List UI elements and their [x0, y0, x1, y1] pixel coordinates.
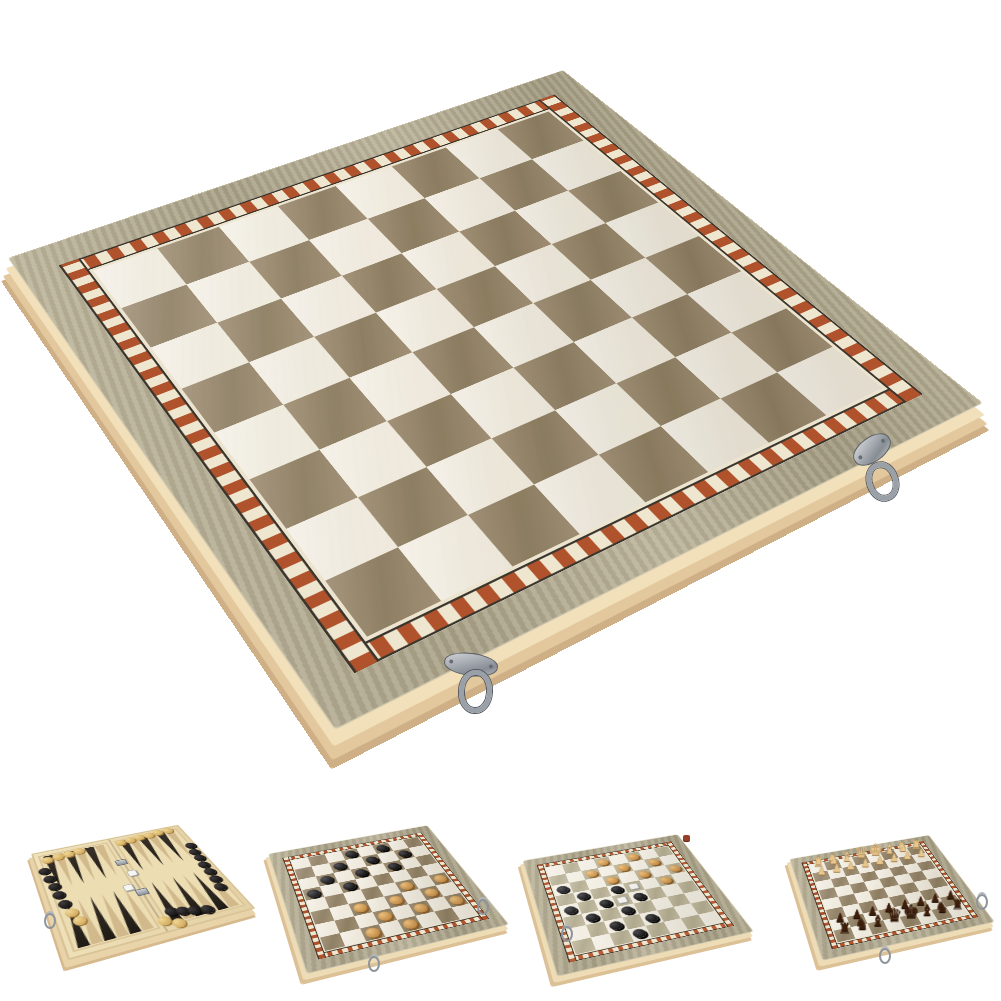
product-photo-stage: ♜♞♝♛♚♝♞♜♟♟♟♟♟♟♟♟♟♟♟♟♟♟♟♟♜♞♝♛♚♝♞♜ [0, 0, 1001, 1001]
thumbnail-backgammon-case [31, 825, 256, 961]
clasp-hook-ring [458, 669, 493, 714]
mini-clasp-icon [477, 899, 489, 915]
mini-clasp-icon [879, 948, 891, 964]
thumbnail-chess-board-start-position: ♜♞♝♛♚♝♞♜♟♟♟♟♟♟♟♟♟♟♟♟♟♟♟♟♜♞♝♛♚♝♞♜ [789, 835, 994, 961]
main-chess-board [8, 70, 983, 730]
mini-clasp-icon [44, 913, 56, 929]
mini-clasp-icon [976, 894, 988, 910]
mini-clasp-icon [368, 956, 380, 972]
red-hinge-dot [683, 835, 690, 841]
board-cell [922, 868, 942, 879]
thumbnail-checkers-pale-board [523, 834, 754, 976]
mini-clasp-icon [561, 926, 573, 942]
thumbnail-checkers-walnut-board [268, 825, 509, 974]
